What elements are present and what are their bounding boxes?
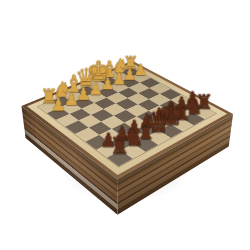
white-pawn: ♟ [45,96,71,113]
chess-set-photo: ♜♞♝♛♚♝♞♜♟♟♟♟♟♟♟♟♟♟♟♟♟♟♟♟♜♞♝♛♚♝♞♜ [0,0,250,250]
black-rook: ♜ [105,136,135,159]
chess-board-box: ♜♞♝♛♚♝♞♜♟♟♟♟♟♟♟♟♟♟♟♟♟♟♟♟♜♞♝♛♚♝♞♜ [21,61,233,180]
